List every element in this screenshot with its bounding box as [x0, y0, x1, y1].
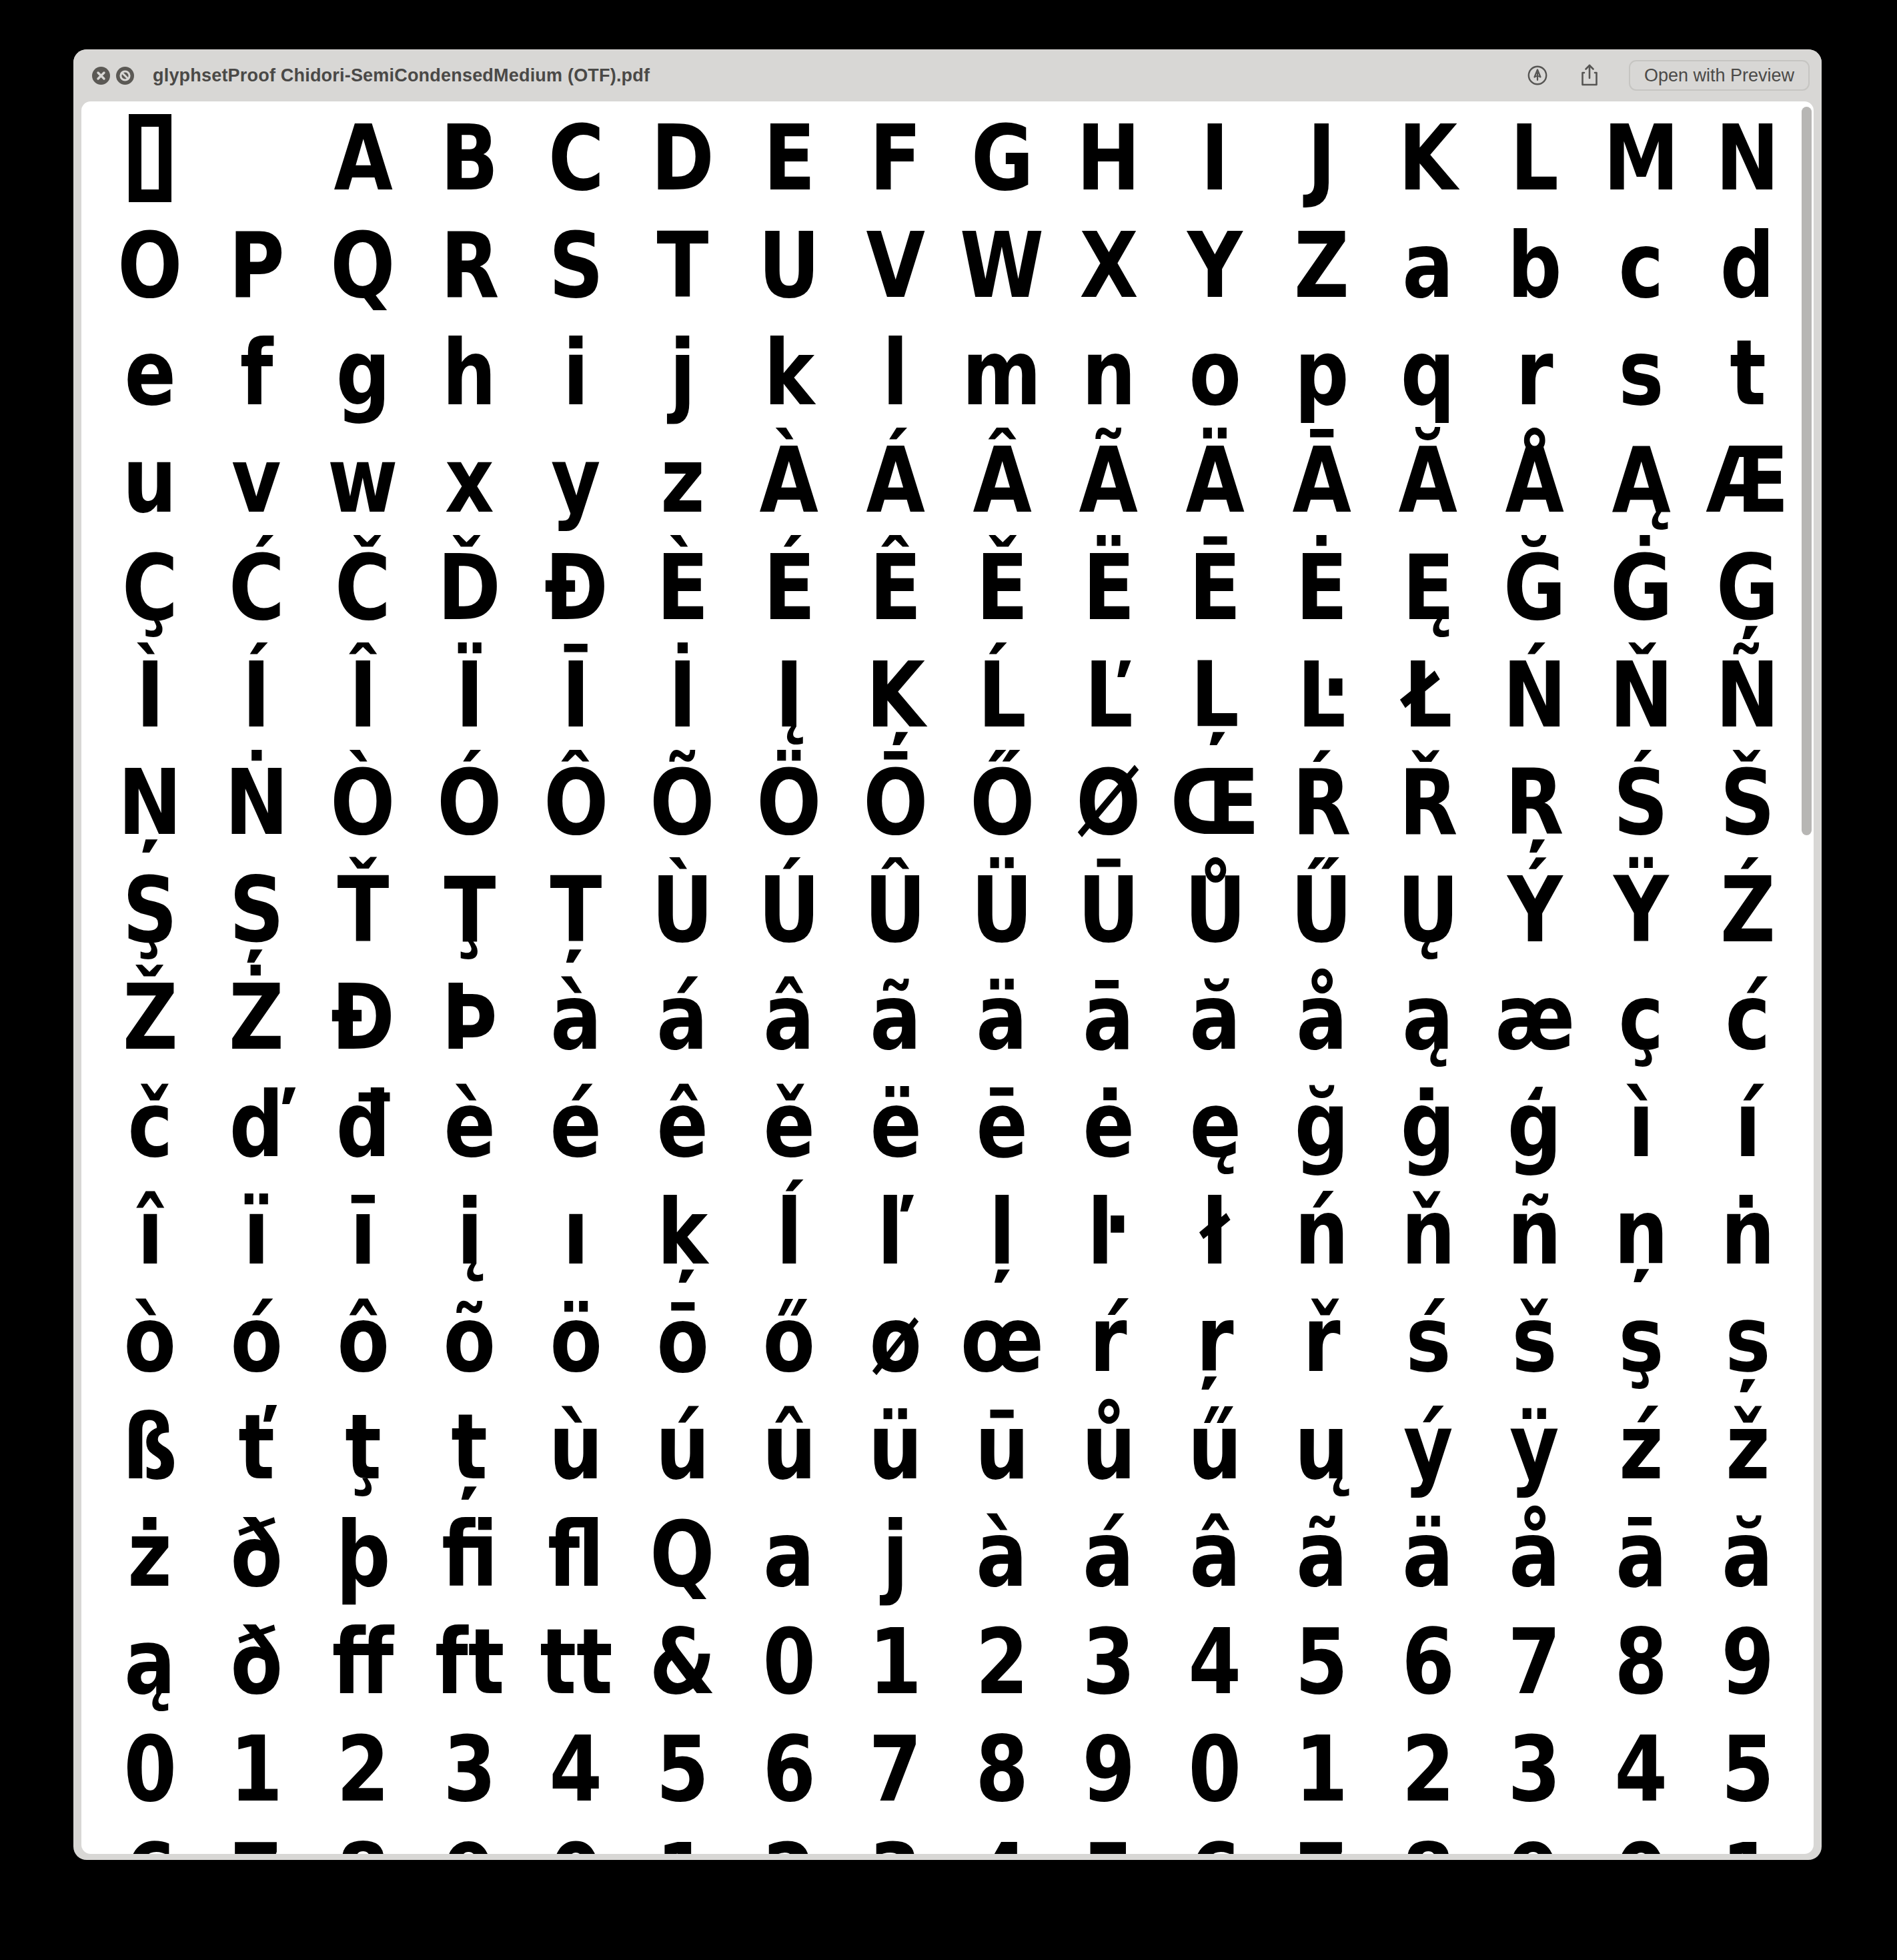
glyph-cell-r2c15: c: [1588, 211, 1695, 319]
glyph-cell-r9c9: ä: [949, 963, 1056, 1071]
glyph: Ų: [1397, 857, 1459, 963]
glyph-cell-r2c7: U: [736, 211, 842, 319]
glyph-cell-r11c9: ļ: [949, 1178, 1056, 1286]
glyph: ć: [1725, 965, 1770, 1070]
glyph: ú: [656, 1394, 710, 1500]
glyph-cell-r17c11: 6: [1162, 1823, 1269, 1854]
glyph-cell-r1c16: N: [1694, 104, 1801, 211]
glyph: ų: [1295, 1394, 1349, 1500]
prohibit-icon: [116, 67, 134, 85]
glyph: Ó: [437, 750, 502, 855]
glyph: ö: [550, 1287, 602, 1392]
glyph: ß: [123, 1394, 177, 1500]
glyph-cell-r3c1: e: [97, 319, 203, 426]
glyph-cell-r9c15: ç: [1588, 963, 1695, 1071]
glyph: ś: [1405, 1287, 1451, 1392]
glyph: Ď: [438, 535, 501, 640]
glyph-cell-r13c2: ť: [203, 1393, 310, 1500]
glyph: Ģ: [1716, 535, 1779, 640]
glyph-cell-r14c6: Q: [629, 1500, 736, 1608]
glyph-cell-r12c4: õ: [416, 1286, 523, 1393]
glyph: Ū: [1078, 857, 1140, 963]
glyph-cell-r2c13: a: [1375, 211, 1481, 319]
glyph-cell-r4c14: Å: [1481, 426, 1588, 534]
glyph-cell-r12c8: ø: [842, 1286, 949, 1393]
glyph: Ķ: [866, 642, 925, 748]
glyph-cell-r16c7: 6: [736, 1715, 842, 1823]
glyph: İ: [668, 642, 697, 748]
open-with-preview-button[interactable]: Open with Preview: [1629, 60, 1810, 91]
glyph: Ș: [229, 857, 283, 963]
glyph-cell-r6c6: İ: [629, 641, 736, 749]
glyph-cell-r13c11: ű: [1162, 1393, 1269, 1500]
glyph-cell-r1c6: D: [629, 104, 736, 211]
glyph: Å: [1505, 428, 1564, 533]
glyph-cell-r9c5: à: [523, 963, 630, 1071]
glyph: á: [657, 965, 708, 1070]
glyph: Í: [242, 642, 271, 748]
glyph: Ò: [331, 750, 396, 855]
glyph: 9: [1721, 1609, 1774, 1714]
glyph-cell-r9c12: å: [1269, 963, 1375, 1071]
glyph: 3: [1508, 1717, 1561, 1822]
glyph-cell-r12c2: ó: [203, 1286, 310, 1393]
glyph-cell-r6c12: Ŀ: [1269, 641, 1375, 749]
glyph: 7: [1508, 1609, 1561, 1714]
glyph: Ø: [1076, 750, 1141, 855]
glyph-cell-r9c6: á: [629, 963, 736, 1071]
glyph: Ÿ: [1614, 857, 1669, 963]
glyph-cell-r15c6: &: [629, 1608, 736, 1715]
glyph-cell-r15c7: 0: [736, 1608, 842, 1715]
glyph-cell-r1c15: M: [1588, 104, 1695, 211]
glyph: Ė: [1295, 535, 1347, 640]
glyph: p: [1295, 320, 1349, 426]
glyph-cell-r6c7: Į: [736, 641, 842, 749]
glyph: q: [1401, 320, 1455, 426]
glyph-cell-r11c16: ṅ: [1694, 1178, 1801, 1286]
glyph-cell-r5c5: Đ: [523, 534, 630, 641]
glyph-cell-r3c11: o: [1162, 319, 1269, 426]
glyph-cell-r4c5: y: [523, 426, 630, 534]
glyph: 5: [656, 1717, 709, 1822]
glyph-cell-r17c1: 6: [97, 1823, 203, 1854]
glyph-cell-r7c10: Ø: [1055, 749, 1162, 856]
glyph: 3: [1082, 1609, 1135, 1714]
glyph-cell-r7c4: Ó: [416, 749, 523, 856]
glyph-cell-r3c14: r: [1481, 319, 1588, 426]
glyph-cell-r5c1: Ç: [97, 534, 203, 641]
glyph: Ő: [970, 750, 1035, 855]
glyph-cell-r14c2: ð: [203, 1500, 310, 1608]
glyph-cell-r8c3: Ť: [309, 856, 416, 963]
glyph: 2: [976, 1609, 1029, 1714]
glyph: Ġ: [1610, 535, 1673, 640]
glyph: 2: [1401, 1717, 1454, 1822]
glyph: Ţ: [444, 857, 496, 963]
glyph: Ý: [1507, 857, 1562, 963]
glyph-cell-r12c11: ŗ: [1162, 1286, 1269, 1393]
glyph: Z: [1294, 213, 1349, 318]
glyph-cell-r8c15: Ÿ: [1588, 856, 1695, 963]
glyph-cell-r16c4: 3: [416, 1715, 523, 1823]
glyph: î: [137, 1179, 163, 1285]
glyph-cell-r9c14: æ: [1481, 963, 1588, 1071]
glyph-cell-r7c1: Ņ: [97, 749, 203, 856]
glyph: ì: [1628, 1072, 1654, 1177]
glyph-cell-r14c4: fi: [416, 1500, 523, 1608]
glyph: ă: [1722, 1502, 1774, 1607]
glyph: ę: [1189, 1072, 1241, 1177]
glyph-cell-r9c7: â: [736, 963, 842, 1071]
glyph: Œ: [1171, 750, 1259, 855]
glyph-cell-r13c14: ÿ: [1481, 1393, 1588, 1500]
glyph-cell-r3c2: f: [203, 319, 310, 426]
glyph-cell-r11c2: ï: [203, 1178, 310, 1286]
glyph: č: [127, 1072, 173, 1177]
glyph-cell-r10c11: ę: [1162, 1071, 1269, 1178]
glyph-cell-r8c2: Ș: [203, 856, 310, 963]
glyph: 1: [869, 1609, 922, 1714]
glyph-cell-r8c10: Ū: [1055, 856, 1162, 963]
glyph-cell-r2c8: V: [842, 211, 949, 319]
glyph-cell-r12c10: ŕ: [1055, 1286, 1162, 1393]
glyph-cell-r1c13: K: [1375, 104, 1481, 211]
glyph-cell-r16c3: 2: [309, 1715, 416, 1823]
glyph-cell-r7c13: Ř: [1375, 749, 1481, 856]
glyph-cell-r9c16: ć: [1694, 963, 1801, 1071]
glyph: x: [445, 428, 494, 533]
glyph-cell-r6c15: Ň: [1588, 641, 1695, 749]
glyph: ļ: [989, 1179, 1015, 1285]
glyph: Ź: [1720, 857, 1776, 963]
glyph: 2: [762, 1824, 815, 1855]
share-icon[interactable]: [1579, 63, 1600, 87]
glyph-cell-r15c2: ð: [203, 1608, 310, 1715]
glyph: ff: [332, 1609, 394, 1714]
glyph-cell-r14c14: å: [1481, 1500, 1588, 1608]
glyph-cell-r4c9: Â: [949, 426, 1056, 534]
glyph: ť: [238, 1394, 275, 1500]
glyph: Ě: [976, 535, 1028, 640]
glyph: ð: [230, 1502, 282, 1607]
glyph-cell-r12c12: ř: [1269, 1286, 1375, 1393]
glyph-cell-r6c14: Ń: [1481, 641, 1588, 749]
glyph-cell-r12c3: ô: [309, 1286, 416, 1393]
glyph: T: [656, 213, 708, 318]
quicklook-window: glyphsetProof Chidori-SemiCondensedMediu…: [73, 49, 1822, 1860]
glyph-cell-r15c9: 2: [949, 1608, 1056, 1715]
glyph-cell-r4c10: Ã: [1055, 426, 1162, 534]
glyph-cell-r11c7: ĺ: [736, 1178, 842, 1286]
glyph: õ: [444, 1287, 496, 1392]
glyph: å: [1509, 1502, 1560, 1607]
glyph: r: [1516, 320, 1553, 426]
glyph: v: [231, 428, 281, 533]
glyph: Ï: [456, 642, 484, 748]
glyph-cell-r2c4: R: [416, 211, 523, 319]
glyph-cell-r11c10: ŀ: [1055, 1178, 1162, 1286]
glyph-cell-r14c9: à: [949, 1500, 1056, 1608]
glyph-cell-r5c16: Ģ: [1694, 534, 1801, 641]
glyph: Ń: [1503, 642, 1567, 748]
glyph-cell-r15c5: tt: [523, 1608, 630, 1715]
glyph: ň: [1401, 1179, 1455, 1285]
glyph: Ą: [1612, 428, 1670, 533]
glyph-cell-r17c3: 8: [309, 1823, 416, 1854]
glyph-cell-r15c12: 5: [1269, 1608, 1375, 1715]
glyph-cell-r13c3: ţ: [309, 1393, 416, 1500]
glyph: Ň: [1610, 642, 1674, 748]
glyph: Ğ: [1503, 535, 1566, 640]
glyph: Č: [335, 535, 391, 640]
glyph: 0: [123, 1717, 176, 1822]
glyph-cell-r10c2: ď: [203, 1071, 310, 1178]
glyph: B: [440, 105, 498, 211]
glyph-cell-r6c2: Í: [203, 641, 310, 749]
glyph-cell-r3c8: l: [842, 319, 949, 426]
glyph: Ľ: [1085, 642, 1133, 748]
glyph-cell-r13c1: ß: [97, 1393, 203, 1500]
glyph: 1: [656, 1824, 709, 1855]
glyph-cell-r11c14: ñ: [1481, 1178, 1588, 1286]
glyph-cell-r1c2: [203, 104, 310, 211]
glyph: û: [762, 1394, 816, 1500]
glyph: Î: [349, 642, 378, 748]
glyph-cell-r15c15: 8: [1588, 1608, 1695, 1715]
glyph: ī: [350, 1179, 376, 1285]
glyph: ğ: [1295, 1072, 1349, 1177]
glyph: è: [444, 1072, 495, 1177]
glyph-cell-r12c14: š: [1481, 1286, 1588, 1393]
glyph: À: [760, 428, 818, 533]
glyph-cell-r5c12: Ė: [1269, 534, 1375, 641]
glyph: ů: [1081, 1394, 1135, 1500]
glyph-cell-r1c12: J: [1269, 104, 1375, 211]
glyph: u: [123, 428, 177, 533]
glyph-cell-r5c7: É: [736, 534, 842, 641]
glyph-cell-r5c10: Ë: [1055, 534, 1162, 641]
glyph-cell-r7c7: Ö: [736, 749, 842, 856]
glyph-cell-r5c2: Ć: [203, 534, 310, 641]
glyph: æ: [1495, 965, 1575, 1070]
markup-pen-icon[interactable]: [1526, 64, 1549, 87]
glyph: 8: [976, 1717, 1029, 1822]
glyph-cell-r5c15: Ġ: [1588, 534, 1695, 641]
glyph-cell-r14c8: j: [842, 1500, 949, 1608]
glyph-cell-r3c12: p: [1269, 319, 1375, 426]
glyph: š: [1512, 1287, 1557, 1392]
glyph-cell-r1c9: G: [949, 104, 1056, 211]
glyph-cell-r17c13: 8: [1375, 1823, 1481, 1854]
glyph-cell-r5c4: Ď: [416, 534, 523, 641]
glyph: 5: [1082, 1824, 1135, 1855]
glyph: ø: [869, 1287, 921, 1392]
glyph: 4: [550, 1717, 602, 1822]
glyph: X: [1079, 213, 1138, 318]
glyph-cell-r8c8: Û: [842, 856, 949, 963]
glyph-cell-r9c1: Ž: [97, 963, 203, 1071]
glyph-cell-r7c6: Õ: [629, 749, 736, 856]
glyph: Ă: [1399, 428, 1457, 533]
glyph: ft: [435, 1609, 504, 1714]
glyph: ķ: [657, 1179, 708, 1285]
glyph-cell-r11c8: ľ: [842, 1178, 949, 1286]
glyph-cell-r10c12: ğ: [1269, 1071, 1375, 1178]
glyph-cell-r7c3: Ò: [309, 749, 416, 856]
glyph-cell-r13c8: ü: [842, 1393, 949, 1500]
glyph-cell-r16c1: 0: [97, 1715, 203, 1823]
glyph-cell-r3c3: g: [309, 319, 416, 426]
glyph: P: [229, 213, 285, 318]
glyph-cell-r4c3: w: [309, 426, 416, 534]
glyph: O: [117, 213, 182, 318]
prohibit-button[interactable]: [116, 67, 134, 85]
glyph: ą: [1403, 965, 1454, 1070]
glyph-cell-r6c3: Î: [309, 641, 416, 749]
glyph-cell-r6c11: Ļ: [1162, 641, 1269, 749]
glyph: Ð: [331, 965, 395, 1070]
glyph: ń: [1295, 1179, 1349, 1285]
glyph: â: [763, 965, 814, 1070]
glyph: Æ: [1706, 428, 1789, 533]
glyph: 2: [336, 1717, 389, 1822]
glyph-cell-r2c10: X: [1055, 211, 1162, 319]
glyph: ò: [124, 1287, 176, 1392]
glyph-cell-r11c4: į: [416, 1178, 523, 1286]
glyph: 3: [869, 1824, 922, 1855]
glyph: &: [649, 1609, 716, 1714]
glyph: fi: [442, 1502, 498, 1607]
glyph: ð: [230, 1609, 282, 1714]
glyph: 9: [1508, 1824, 1561, 1855]
glyph-cell-r8c7: Ú: [736, 856, 842, 963]
glyph-cell-r5c14: Ğ: [1481, 534, 1588, 641]
glyph: Ś: [1614, 750, 1668, 855]
glyph-cell-r10c16: í: [1694, 1071, 1801, 1178]
glyph: Q: [331, 213, 396, 318]
glyph: ō: [656, 1287, 708, 1392]
glyph: ą: [124, 1609, 175, 1714]
glyph-cell-r14c5: fl: [523, 1500, 630, 1608]
glyph-cell-r10c8: ë: [842, 1071, 949, 1178]
glyph: į: [456, 1179, 482, 1285]
glyph-cell-r11c11: ł: [1162, 1178, 1269, 1286]
glyph: Ö: [756, 750, 821, 855]
glyph: 8: [1615, 1609, 1668, 1714]
glyph: g: [336, 320, 390, 426]
glyph: Đ: [544, 535, 608, 640]
glyph: 6: [1401, 1609, 1454, 1714]
glyph: ş: [1618, 1287, 1664, 1392]
glyph: m: [963, 320, 1042, 426]
glyph: 5: [1721, 1717, 1774, 1822]
glyph-cell-r10c4: è: [416, 1071, 523, 1178]
glyph-cell-r14c10: á: [1055, 1500, 1162, 1608]
glyph: N: [1716, 105, 1780, 211]
glyph: í: [1735, 1072, 1761, 1177]
scrollbar-thumb[interactable]: [1802, 107, 1812, 835]
glyph-cell-r4c4: x: [416, 426, 523, 534]
glyph-cell-r3c13: q: [1375, 319, 1481, 426]
titlebar: glyphsetProof Chidori-SemiCondensedMediu…: [73, 49, 1822, 101]
glyph-cell-r2c3: Q: [309, 211, 416, 319]
glyph: Ī: [562, 642, 590, 748]
glyph: Ù: [652, 857, 714, 963]
glyph-cell-r10c10: ė: [1055, 1071, 1162, 1178]
glyph-cell-r17c15: 0: [1588, 1823, 1695, 1854]
glyph: W: [960, 213, 1044, 318]
glyph-cell-r15c11: 4: [1162, 1608, 1269, 1715]
glyph: ż: [128, 1502, 172, 1607]
glyph: Ŗ: [1505, 750, 1564, 855]
glyph-cell-r10c15: ì: [1588, 1071, 1695, 1178]
glyph: 1: [1721, 1824, 1774, 1855]
glyph: Ļ: [1191, 642, 1239, 748]
glyph: á: [1083, 1502, 1134, 1607]
glyph: 7: [1295, 1824, 1348, 1855]
glyph-cell-r4c12: Ā: [1269, 426, 1375, 534]
glyph-cell-r16c9: 8: [949, 1715, 1056, 1823]
glyph: 6: [762, 1717, 815, 1822]
glyph-cell-r4c8: Á: [842, 426, 949, 534]
glyph: þ: [336, 1502, 390, 1607]
close-button[interactable]: [92, 67, 110, 85]
glyph-cell-r3c16: t: [1694, 319, 1801, 426]
glyph: o: [1189, 320, 1241, 426]
glyph-cell-r8c9: Ü: [949, 856, 1056, 963]
glyph-cell-r16c2: 1: [203, 1715, 310, 1823]
glyph-cell-r1c7: E: [736, 104, 842, 211]
glyph-cell-r1c8: F: [842, 104, 949, 211]
glyph-cell-r15c16: 9: [1694, 1608, 1801, 1715]
glyph: h: [442, 320, 496, 426]
glyph: y: [551, 428, 600, 533]
glyph-cell-r17c4: 9: [416, 1823, 523, 1854]
glyph-cell-r10c3: đ: [309, 1071, 416, 1178]
glyph-cell-r16c16: 5: [1694, 1715, 1801, 1823]
glyph: M: [1604, 105, 1680, 211]
glyph-cell-r1c1: [97, 104, 203, 211]
glyph-cell-r14c16: ă: [1694, 1500, 1801, 1608]
glyph-cell-r1c10: H: [1055, 104, 1162, 211]
glyph-cell-r3c7: k: [736, 319, 842, 426]
glyph-cell-r14c3: þ: [309, 1500, 416, 1608]
glyph: ě: [763, 1072, 814, 1177]
glyph: R: [440, 213, 499, 318]
glyph: Ô: [544, 750, 608, 855]
glyph: a: [1403, 213, 1454, 318]
glyph: 0: [762, 1609, 815, 1714]
glyph-cell-r11c15: ņ: [1588, 1178, 1695, 1286]
glyph: ó: [230, 1287, 282, 1392]
glyph-cell-r10c13: ġ: [1375, 1071, 1481, 1178]
glyph-cell-r2c12: Z: [1269, 211, 1375, 319]
glyph: ô: [337, 1287, 389, 1392]
glyph: c: [1619, 213, 1664, 318]
glyph: ș: [1725, 1287, 1770, 1392]
glyph-cell-r2c1: O: [97, 211, 203, 319]
glyph-cell-r13c7: û: [736, 1393, 842, 1500]
glyph-cell-r5c8: Ê: [842, 534, 949, 641]
glyph: 7: [230, 1824, 283, 1855]
glyph-cell-r17c8: 3: [842, 1823, 949, 1854]
glyph: Ű: [1291, 857, 1353, 963]
glyph: Ā: [1292, 428, 1351, 533]
glyph: Ť: [337, 857, 389, 963]
glyph: k: [764, 320, 814, 426]
glyph: ë: [870, 1072, 921, 1177]
